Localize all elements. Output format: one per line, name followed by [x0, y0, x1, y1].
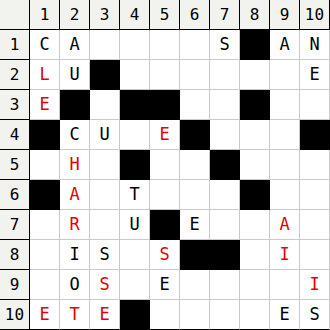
empty-cell-r6c5[interactable] — [150, 180, 180, 210]
empty-cell-r2c9[interactable] — [270, 60, 300, 90]
letter-cell-r9c5[interactable]: E — [150, 270, 180, 300]
letter-cell-r1c2[interactable]: A — [60, 30, 90, 60]
empty-cell-r9c8[interactable] — [240, 270, 270, 300]
letter-cell-r2c1[interactable]: L — [30, 60, 60, 90]
empty-cell-r1c6[interactable] — [180, 30, 210, 60]
letter-cell-r2c10[interactable]: E — [300, 60, 330, 90]
letter-cell-r9c2[interactable]: O — [60, 270, 90, 300]
block-cell-r3c8 — [240, 90, 270, 120]
empty-cell-r7c3[interactable] — [90, 210, 120, 240]
row-header-9: 9 — [0, 270, 30, 300]
block-cell-r2c3 — [90, 60, 120, 90]
empty-cell-r2c7[interactable] — [210, 60, 240, 90]
col-header-8: 8 — [240, 0, 270, 30]
letter-cell-r4c2[interactable]: C — [60, 120, 90, 150]
letter-cell-r1c9[interactable]: A — [270, 30, 300, 60]
col-header-7: 7 — [210, 0, 240, 30]
crossword-board: 123456789101CASAN2LUE3E4CUE5H6AT7RUEA8IS… — [0, 0, 330, 330]
row-header-10: 10 — [0, 300, 30, 330]
empty-cell-r6c3[interactable] — [90, 180, 120, 210]
empty-cell-r5c10[interactable] — [300, 150, 330, 180]
col-header-6: 6 — [180, 0, 210, 30]
empty-cell-r6c10[interactable] — [300, 180, 330, 210]
block-cell-r5c7 — [210, 150, 240, 180]
col-header-4: 4 — [120, 0, 150, 30]
empty-cell-r3c3[interactable] — [90, 90, 120, 120]
block-cell-r3c2 — [60, 90, 90, 120]
empty-cell-r1c5[interactable] — [150, 30, 180, 60]
empty-cell-r4c7[interactable] — [210, 120, 240, 150]
letter-cell-r8c5[interactable]: S — [150, 240, 180, 270]
block-cell-r5c4 — [120, 150, 150, 180]
row-header-4: 4 — [0, 120, 30, 150]
row-header-3: 3 — [0, 90, 30, 120]
block-cell-r3c4 — [120, 90, 150, 120]
block-cell-r6c8 — [240, 180, 270, 210]
block-cell-r3c5 — [150, 90, 180, 120]
letter-cell-r8c9[interactable]: I — [270, 240, 300, 270]
letter-cell-r4c5[interactable]: E — [150, 120, 180, 150]
empty-cell-r3c6[interactable] — [180, 90, 210, 120]
empty-cell-r9c4[interactable] — [120, 270, 150, 300]
empty-cell-r5c8[interactable] — [240, 150, 270, 180]
block-cell-r4c1 — [30, 120, 60, 150]
empty-cell-r6c9[interactable] — [270, 180, 300, 210]
empty-cell-r10c7[interactable] — [210, 300, 240, 330]
empty-cell-r9c6[interactable] — [180, 270, 210, 300]
empty-cell-r1c3[interactable] — [90, 30, 120, 60]
letter-cell-r6c2[interactable]: A — [60, 180, 90, 210]
corner-cell — [0, 0, 30, 30]
letter-cell-r1c7[interactable]: S — [210, 30, 240, 60]
empty-cell-r7c8[interactable] — [240, 210, 270, 240]
row-header-1: 1 — [0, 30, 30, 60]
empty-cell-r10c5[interactable] — [150, 300, 180, 330]
letter-cell-r8c3[interactable]: S — [90, 240, 120, 270]
col-header-10: 10 — [300, 0, 330, 30]
col-header-9: 9 — [270, 0, 300, 30]
empty-cell-r6c6[interactable] — [180, 180, 210, 210]
row-header-7: 7 — [0, 210, 30, 240]
empty-cell-r9c1[interactable] — [30, 270, 60, 300]
empty-cell-r4c4[interactable] — [120, 120, 150, 150]
empty-cell-r5c5[interactable] — [150, 150, 180, 180]
empty-cell-r3c10[interactable] — [300, 90, 330, 120]
empty-cell-r7c1[interactable] — [30, 210, 60, 240]
letter-cell-r7c2[interactable]: R — [60, 210, 90, 240]
block-cell-r6c1 — [30, 180, 60, 210]
letter-cell-r7c6[interactable]: E — [180, 210, 210, 240]
letter-cell-r2c2[interactable]: U — [60, 60, 90, 90]
empty-cell-r2c6[interactable] — [180, 60, 210, 90]
block-cell-r10c4 — [120, 300, 150, 330]
empty-cell-r2c8[interactable] — [240, 60, 270, 90]
letter-cell-r7c4[interactable]: U — [120, 210, 150, 240]
empty-cell-r3c7[interactable] — [210, 90, 240, 120]
col-header-5: 5 — [150, 0, 180, 30]
empty-cell-r6c7[interactable] — [210, 180, 240, 210]
empty-cell-r9c7[interactable] — [210, 270, 240, 300]
empty-cell-r8c10[interactable] — [300, 240, 330, 270]
block-cell-r8c6 — [180, 240, 210, 270]
empty-cell-r9c9[interactable] — [270, 270, 300, 300]
empty-cell-r10c8[interactable] — [240, 300, 270, 330]
letter-cell-r3c1[interactable]: E — [30, 90, 60, 120]
row-header-8: 8 — [0, 240, 30, 270]
letter-cell-r10c3[interactable]: E — [90, 300, 120, 330]
empty-cell-r5c1[interactable] — [30, 150, 60, 180]
row-header-6: 6 — [0, 180, 30, 210]
empty-cell-r7c7[interactable] — [210, 210, 240, 240]
block-cell-r4c10 — [300, 120, 330, 150]
block-cell-r7c5 — [150, 210, 180, 240]
letter-cell-r8c2[interactable]: I — [60, 240, 90, 270]
letter-cell-r7c9[interactable]: A — [270, 210, 300, 240]
empty-cell-r2c5[interactable] — [150, 60, 180, 90]
letter-cell-r10c9[interactable]: E — [270, 300, 300, 330]
col-header-2: 2 — [60, 0, 90, 30]
empty-cell-r1c4[interactable] — [120, 30, 150, 60]
letter-cell-r6c4[interactable]: T — [120, 180, 150, 210]
empty-cell-r8c4[interactable] — [120, 240, 150, 270]
col-header-3: 3 — [90, 0, 120, 30]
empty-cell-r5c6[interactable] — [180, 150, 210, 180]
empty-cell-r7c10[interactable] — [300, 210, 330, 240]
letter-cell-r1c10[interactable]: N — [300, 30, 330, 60]
empty-cell-r10c6[interactable] — [180, 300, 210, 330]
letter-cell-r4c3[interactable]: U — [90, 120, 120, 150]
empty-cell-r2c4[interactable] — [120, 60, 150, 90]
letter-cell-r5c2[interactable]: H — [60, 150, 90, 180]
letter-cell-r10c1[interactable]: E — [30, 300, 60, 330]
block-cell-r1c8 — [240, 30, 270, 60]
empty-cell-r4c9[interactable] — [270, 120, 300, 150]
empty-cell-r4c8[interactable] — [240, 120, 270, 150]
empty-cell-r5c3[interactable] — [90, 150, 120, 180]
empty-cell-r8c1[interactable] — [30, 240, 60, 270]
block-cell-r4c6 — [180, 120, 210, 150]
row-header-5: 5 — [0, 150, 30, 180]
letter-cell-r10c2[interactable]: T — [60, 300, 90, 330]
letter-cell-r1c1[interactable]: C — [30, 30, 60, 60]
empty-cell-r8c8[interactable] — [240, 240, 270, 270]
col-header-1: 1 — [30, 0, 60, 30]
empty-cell-r5c9[interactable] — [270, 150, 300, 180]
empty-cell-r3c9[interactable] — [270, 90, 300, 120]
row-header-2: 2 — [0, 60, 30, 90]
letter-cell-r10c10[interactable]: S — [300, 300, 330, 330]
letter-cell-r9c3[interactable]: S — [90, 270, 120, 300]
block-cell-r8c7 — [210, 240, 240, 270]
letter-cell-r9c10[interactable]: I — [300, 270, 330, 300]
